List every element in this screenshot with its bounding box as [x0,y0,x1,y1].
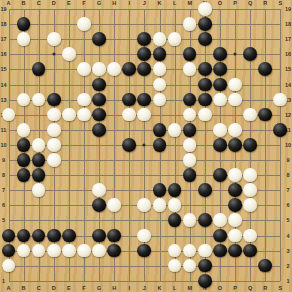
stone-white-P13 [228,93,242,107]
stone-black-H3 [107,244,121,258]
row-label-right-12: 12 [285,112,291,118]
stone-white-M9 [183,153,197,167]
stone-black-G6 [92,198,106,212]
stone-black-J17 [137,32,151,46]
stone-white-D17 [47,32,61,46]
col-label-top-E: E [67,0,71,6]
stone-black-O4 [213,229,227,243]
stone-black-J13 [137,93,151,107]
grid-line-horizontal [9,266,281,267]
stone-black-Q16 [243,47,257,61]
stone-white-N3 [198,244,212,258]
grid-line-vertical [280,9,281,281]
stone-black-B8 [17,168,31,182]
stone-black-B10 [17,138,31,152]
stone-white-Q4 [243,229,257,243]
stone-white-P14 [228,78,242,92]
col-label-bottom-F: F [82,285,85,291]
stone-black-G12 [92,108,106,122]
stone-white-L2 [168,259,182,273]
row-label-right-1: 1 [286,278,289,284]
stone-black-M8 [183,168,197,182]
stone-white-M5 [183,213,197,227]
col-label-bottom-J: J [143,285,146,291]
stone-white-L11 [168,123,182,137]
stone-black-O10 [213,138,227,152]
stone-white-J12 [137,108,151,122]
stone-white-I12 [122,108,136,122]
row-label-left-17: 17 [0,36,6,42]
stone-white-D11 [47,123,61,137]
grid-line-vertical [205,9,206,281]
col-label-bottom-I: I [129,285,131,291]
stone-white-D10 [47,138,61,152]
stone-black-N1 [198,274,212,288]
stone-black-N18 [198,17,212,31]
stone-white-M2 [183,259,197,273]
stone-black-I15 [122,62,136,76]
col-label-bottom-H: H [112,285,116,291]
stone-black-D13 [47,93,61,107]
col-label-bottom-S: S [278,285,282,291]
col-label-bottom-D: D [52,285,56,291]
row-label-right-2: 2 [286,263,289,269]
stone-black-O14 [213,78,227,92]
stone-black-E4 [62,229,76,243]
stone-black-Q3 [243,244,257,258]
stone-black-G14 [92,78,106,92]
stone-white-P5 [228,213,242,227]
stone-white-B13 [17,93,31,107]
stone-white-M3 [183,244,197,258]
stone-black-R15 [258,62,272,76]
stone-white-G7 [92,183,106,197]
stone-black-J15 [137,62,151,76]
stone-white-Q8 [243,168,257,182]
stone-white-E12 [62,108,76,122]
col-label-top-Q: Q [248,0,252,6]
row-label-right-7: 7 [286,187,289,193]
stone-black-D4 [47,229,61,243]
stone-white-P4 [228,229,242,243]
col-label-bottom-R: R [263,285,267,291]
stone-black-P6 [228,198,242,212]
stone-white-C13 [32,93,46,107]
stone-white-P11 [228,123,242,137]
go-board-screenshot: AABBCCDDEEFFGGHHIIJJKKLLMMNNOOPPQQRRSS19… [0,0,292,292]
stone-black-N15 [198,62,212,76]
stone-white-L6 [168,198,182,212]
stone-black-G4 [92,229,106,243]
stone-white-C3 [32,244,46,258]
stone-white-E3 [62,244,76,258]
stone-white-D9 [47,153,61,167]
stone-white-H15 [107,62,121,76]
stone-white-F3 [77,244,91,258]
col-label-top-K: K [158,0,162,6]
stone-black-C15 [32,62,46,76]
stone-black-H4 [107,229,121,243]
row-label-right-19: 19 [285,6,291,12]
stone-black-G13 [92,93,106,107]
row-label-right-16: 16 [285,51,291,57]
row-label-left-10: 10 [0,142,6,148]
row-label-right-9: 9 [286,157,289,163]
stone-white-J6 [137,198,151,212]
row-label-left-8: 8 [2,172,5,178]
stone-white-C7 [32,183,46,197]
row-label-left-1: 1 [2,278,5,284]
stone-black-I13 [122,93,136,107]
stone-black-N2 [198,259,212,273]
stone-black-Q10 [243,138,257,152]
stone-white-G15 [92,62,106,76]
row-label-right-4: 4 [286,233,289,239]
col-label-top-G: G [97,0,101,6]
row-label-left-5: 5 [2,217,5,223]
stone-white-A12 [2,108,16,122]
stone-white-L17 [168,32,182,46]
stone-white-O11 [213,123,227,137]
row-label-left-19: 19 [0,6,6,12]
stone-white-F13 [77,93,91,107]
stone-white-E16 [62,47,76,61]
stone-black-S11 [273,123,287,137]
col-label-bottom-G: G [97,285,101,291]
col-label-bottom-P: P [233,285,237,291]
stone-black-I10 [122,138,136,152]
stone-black-C9 [32,153,46,167]
stone-white-Q6 [243,198,257,212]
grid-line-horizontal [9,281,281,282]
col-label-top-P: P [233,0,237,6]
stone-black-L5 [168,213,182,227]
stone-white-O13 [213,93,227,107]
stone-white-A2 [2,259,16,273]
stone-white-F18 [77,17,91,31]
col-label-top-J: J [143,0,146,6]
stone-white-S13 [273,93,287,107]
stone-black-P7 [228,183,242,197]
stone-black-M13 [183,93,197,107]
stone-white-N12 [198,108,212,122]
stone-black-K16 [153,47,167,61]
stone-black-J16 [137,47,151,61]
stone-white-K13 [153,93,167,107]
stone-black-N5 [198,213,212,227]
stone-white-Q7 [243,183,257,197]
stone-white-D12 [47,108,61,122]
stone-black-K11 [153,123,167,137]
stone-black-N14 [198,78,212,92]
stone-white-J4 [137,229,151,243]
col-label-top-M: M [187,0,192,6]
stone-black-C8 [32,168,46,182]
col-label-bottom-O: O [218,285,222,291]
stone-black-R2 [258,259,272,273]
stone-black-J3 [137,244,151,258]
stone-white-C10 [32,138,46,152]
stone-black-M16 [183,47,197,61]
stone-white-K6 [153,198,167,212]
stone-white-P8 [228,168,242,182]
row-label-right-10: 10 [285,142,291,148]
stone-black-L7 [168,183,182,197]
row-label-right-6: 6 [286,202,289,208]
stone-white-B11 [17,123,31,137]
stone-white-K17 [153,32,167,46]
star-point-P16 [234,53,237,56]
stone-white-M18 [183,17,197,31]
row-label-right-3: 3 [286,248,289,254]
stone-black-O16 [213,47,227,61]
stone-white-N19 [198,2,212,16]
star-point-D16 [52,53,55,56]
stone-black-B4 [17,229,31,243]
stone-white-G3 [92,244,106,258]
stone-white-M15 [183,62,197,76]
col-label-top-O: O [218,0,222,6]
stone-black-M11 [183,123,197,137]
stone-black-G17 [92,32,106,46]
col-label-top-I: I [129,0,131,6]
stone-black-B18 [17,17,31,31]
col-label-bottom-A: A [7,285,11,291]
stone-black-N7 [198,183,212,197]
stone-white-M10 [183,138,197,152]
stone-white-F15 [77,62,91,76]
stone-black-K7 [153,183,167,197]
row-label-right-17: 17 [285,36,291,42]
col-label-top-B: B [22,0,26,6]
row-label-right-5: 5 [286,217,289,223]
row-label-left-16: 16 [0,51,6,57]
stone-white-B3 [17,244,31,258]
row-label-right-14: 14 [285,82,291,88]
stone-white-H6 [107,198,121,212]
col-label-top-C: C [37,0,41,6]
stone-white-K14 [153,78,167,92]
row-label-left-9: 9 [2,157,5,163]
stone-black-N17 [198,32,212,46]
col-label-top-L: L [173,0,176,6]
row-label-left-15: 15 [0,66,6,72]
star-point-J10 [143,143,146,146]
stone-black-B9 [17,153,31,167]
col-label-bottom-L: L [173,285,176,291]
row-label-left-7: 7 [2,187,5,193]
stone-black-N13 [198,93,212,107]
stone-white-O5 [213,213,227,227]
grid-line-vertical [265,9,266,281]
col-label-top-D: D [52,0,56,6]
col-label-top-F: F [82,0,85,6]
col-label-top-S: S [278,0,282,6]
stone-black-O8 [213,168,227,182]
stone-white-Q12 [243,108,257,122]
row-label-left-13: 13 [0,97,6,103]
stone-black-G11 [92,123,106,137]
stone-white-D3 [47,244,61,258]
row-label-right-8: 8 [286,172,289,178]
row-label-left-11: 11 [1,127,7,133]
col-label-bottom-C: C [37,285,41,291]
col-label-bottom-M: M [187,285,192,291]
col-label-top-A: A [7,0,11,6]
row-label-left-6: 6 [2,202,5,208]
stone-black-O15 [213,62,227,76]
col-label-bottom-B: B [22,285,26,291]
stone-black-K10 [153,138,167,152]
stone-white-B17 [17,32,31,46]
stone-white-M12 [183,108,197,122]
col-label-bottom-Q: Q [248,285,252,291]
row-label-right-18: 18 [285,21,291,27]
grid-line-vertical [175,9,176,281]
stone-black-O3 [213,244,227,258]
col-label-top-R: R [263,0,267,6]
stone-black-A3 [2,244,16,258]
col-label-bottom-K: K [158,285,162,291]
stone-white-F12 [77,108,91,122]
row-label-left-14: 14 [0,82,6,88]
stone-black-P3 [228,244,242,258]
row-label-right-15: 15 [285,66,291,72]
stone-black-P10 [228,138,242,152]
col-label-bottom-E: E [67,285,71,291]
stone-white-K15 [153,62,167,76]
row-label-left-18: 18 [0,21,6,27]
stone-black-C4 [32,229,46,243]
stone-black-A4 [2,229,16,243]
stone-white-L3 [168,244,182,258]
col-label-top-H: H [112,0,116,6]
stone-black-R12 [258,108,272,122]
